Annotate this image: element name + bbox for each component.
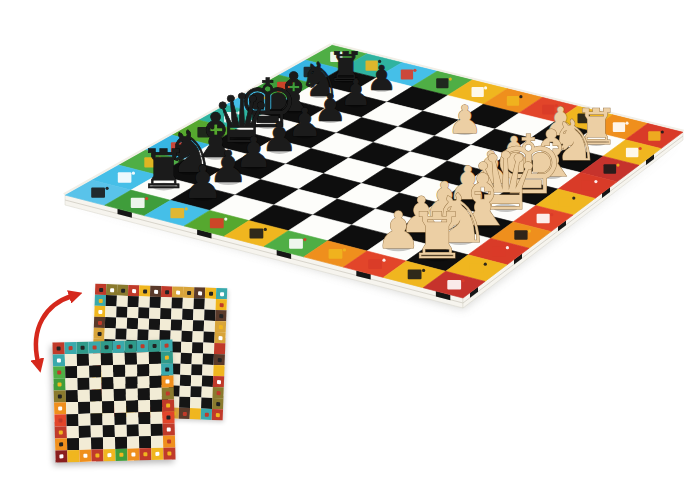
tile-illustration-mark [105,345,109,349]
mini-square [192,342,203,353]
tile-illustration-mark [155,452,159,456]
tile-illustration-mark [165,344,169,348]
tile-illustration-mark [289,239,303,249]
mini-square [181,331,192,342]
mini-square [191,375,202,386]
tile-illustration-mark [303,238,306,241]
tile-illustration-mark [661,130,664,133]
tile-illustration-mark [449,78,452,81]
tile-illustration-mark [132,172,135,175]
mini-square [181,353,192,364]
tile-illustration-mark [182,411,186,415]
mini-square [102,413,114,425]
mini-square [125,376,137,388]
mini-square [149,364,161,376]
mini-border-tile [162,411,174,423]
tile-illustration-mark [507,96,519,106]
mini-square [183,298,194,309]
mini-square [115,437,127,449]
mini-border-tile [161,351,173,363]
mini-square [101,377,113,389]
mini-square [117,295,128,306]
mini-square [190,397,201,408]
tile-illustration-mark [58,406,62,410]
tile-illustration-mark [616,164,619,167]
tile-illustration-mark [98,309,102,313]
tile-illustration-mark [110,288,114,292]
white-rook-a1: ♜ [409,199,466,273]
tile-illustration-mark [625,122,628,125]
tile-illustration-mark [106,187,109,190]
mini-square [139,296,150,307]
tile-illustration-mark [472,87,484,97]
mini-border-tile [91,449,103,461]
mini-square [89,353,101,365]
tile-illustration-mark [58,394,62,398]
tile-illustration-mark [165,368,169,372]
mini-square [91,425,103,437]
mini-square [67,438,79,450]
mini-border-tile [216,288,227,299]
tile-illustration-mark [95,453,99,457]
mini-border-tile [215,310,226,321]
tile-illustration-mark [514,230,527,240]
mini-border-tile [161,286,172,297]
mini-square [201,387,212,398]
mini-border-tile [148,340,160,352]
mini-square [127,307,138,318]
tile-illustration-mark [626,148,639,158]
mini-square [90,389,102,401]
mini-square [201,398,212,409]
tile-illustration-mark [165,290,169,294]
mini-square [125,352,137,364]
tile-illustration-mark [166,392,170,396]
tile-illustration-mark [71,454,75,458]
mini-square [106,295,117,306]
mini-square [191,364,202,375]
tile-illustration-mark [413,69,416,72]
mini-square [116,306,127,317]
mini-border-tile [161,375,173,387]
tile-illustration-mark [210,218,224,228]
black-rook-a8: ♜ [139,138,188,201]
tile-illustration-mark [98,298,102,302]
mini-border-tile [216,299,227,310]
tile-illustration-mark [216,402,220,406]
mini-square [150,388,162,400]
mini-border-tile [100,341,112,353]
tile-illustration-mark [193,412,197,416]
mini-square [160,319,171,330]
mini-border-tile [112,341,124,353]
tile-illustration-mark [528,230,531,233]
mini-square [78,390,90,402]
mini-square [139,436,151,448]
tile-illustration-mark [57,382,61,386]
mini-square [126,412,138,424]
tile-illustration-mark [99,287,103,291]
tile-illustration-mark [167,428,171,432]
flip-arrow-path [36,296,72,362]
tile-illustration-mark [218,325,222,329]
mini-square [203,354,214,365]
mini-border-tile [163,423,175,435]
mini-square [103,437,115,449]
mini-square [67,426,79,438]
mini-border-tile [139,448,151,460]
mini-square [192,353,203,364]
tile-illustration-mark [218,336,222,340]
tile-illustration-mark [216,380,220,384]
mini-border-tile [214,332,225,343]
tile-illustration-mark [91,187,105,197]
mini-square [91,437,103,449]
tile-illustration-mark [153,344,157,348]
tile-illustration-mark [97,331,101,335]
mini-square [160,308,171,319]
mini-square [180,364,191,375]
tile-illustration-mark [176,290,180,294]
tile-illustration-mark [343,248,346,251]
mini-border-tile [215,321,226,332]
mini-square [104,328,115,339]
mini-border-tile [162,387,174,399]
tile-illustration-mark [572,197,575,200]
tile-illustration-mark [154,289,158,293]
mini-square [89,377,101,389]
mini-border-tile [212,398,223,409]
tile-illustration-mark [506,246,509,249]
mini-square [179,386,190,397]
mini-border-tile [214,343,225,354]
tile-illustration-mark [167,440,171,444]
tile-illustration-mark [204,412,208,416]
tile-illustration-mark [170,208,184,218]
mini-border-tile [94,306,105,317]
tile-illustration-mark [220,292,224,296]
mini-square [180,375,191,386]
mini-border-tile [93,328,104,339]
mini-square [126,388,138,400]
mini-square [113,353,125,365]
tile-illustration-mark [218,347,222,351]
mini-square [151,424,163,436]
mini-square [114,401,126,413]
mini-border-tile [212,409,223,420]
mini-square [125,364,137,376]
mini-square [204,310,215,321]
mini-border-tile [163,435,175,447]
mini-border-tile [161,363,173,375]
tile-illustration-mark [167,452,171,456]
mini-border-tile [106,284,117,295]
tile-illustration-mark [59,442,63,446]
tile-illustration-mark [401,69,413,79]
mini-border-tile [95,295,106,306]
mini-square [138,307,149,318]
mini-square [172,297,183,308]
tile-illustration-mark [209,291,213,295]
mini-square [115,328,126,339]
mini-border-tile [213,365,224,376]
mini-square [113,377,125,389]
mini-square [78,402,90,414]
tile-illustration-mark [59,454,63,458]
tile-illustration-mark [447,280,461,290]
mini-border-tile [136,340,148,352]
mini-border-tile [163,447,175,459]
mini-square [149,319,160,330]
tile-illustration-mark [165,356,169,360]
tile-illustration-mark [217,369,221,373]
product-photo: ♜♟♞♟♝♟♚♟♟♟♛♜♟♝♞♟♟♞♝♟♟♜♚♟♟♛♟♝♟♞♟♜ [0,0,700,488]
tile-illustration-mark [492,247,506,256]
tile-illustration-mark [215,413,219,417]
mini-square [151,436,163,448]
mini-border-tile [201,409,212,420]
tile-illustration-mark [519,95,522,98]
mini-border-tile [190,408,201,419]
mini-border-tile [55,438,67,450]
mini-border-tile [103,449,115,461]
tile-illustration-mark [129,344,133,348]
mini-border-tile [94,317,105,328]
mini-border-tile [54,402,66,414]
mini-border-tile [162,399,174,411]
mini-square [182,309,193,320]
tile-illustration-mark [58,418,62,422]
mini-square [137,376,149,388]
mini-square [150,412,162,424]
black-pawn-a7: ♟ [182,156,223,209]
mini-square [103,425,115,437]
mini-square [116,317,127,328]
mini-square [101,353,113,365]
mini-square [204,321,215,332]
mini-border-tile [183,287,194,298]
tile-illustration-mark [143,289,147,293]
mini-square [182,320,193,331]
mini-square [138,388,150,400]
tile-illustration-mark [118,172,132,182]
mini-square [171,308,182,319]
tile-illustration-mark [97,320,101,324]
mini-square [203,343,214,354]
tile-illustration-mark [59,430,63,434]
mini-square [105,317,116,328]
mini-square [114,389,126,401]
tile-illustration-mark [470,263,484,273]
mini-border-tile [128,285,139,296]
tile-illustration-mark [187,290,191,294]
mini-square [115,425,127,437]
tile-illustration-mark [648,131,660,141]
tile-illustration-mark [264,228,267,231]
mini-square [190,386,201,397]
mini-border-tile [214,354,225,365]
tile-illustration-mark [462,279,465,282]
mini-border-tile [124,340,136,352]
tile-illustration-mark [166,404,170,408]
tile-illustration-mark [166,416,170,420]
mini-square [179,397,190,408]
mini-border-tile [88,341,100,353]
mini-border-tile [172,286,183,297]
mini-border-tile [54,414,66,426]
tile-illustration-mark [119,453,123,457]
mini-square [66,402,78,414]
mini-square [193,309,204,320]
mini-square [128,296,139,307]
mini-square [102,401,114,413]
tile-illustration-mark [143,452,147,456]
mini-square [149,352,161,364]
mini-square [89,365,101,377]
mini-border-tile [79,450,91,462]
mini-square [127,424,139,436]
mini-square [202,376,213,387]
mini-square [138,400,150,412]
mini-square [161,297,172,308]
tile-illustration-mark [581,181,594,191]
tile-illustration-mark [83,454,87,458]
mini-border-tile [212,387,223,398]
mini-border-tile [95,284,106,295]
mini-square [149,376,161,388]
mini-square [90,413,102,425]
mini-border-tile [55,426,67,438]
tile-illustration-mark [132,289,136,293]
mini-square [66,414,78,426]
tile-illustration-mark [219,314,223,318]
tile-illustration-mark [198,291,202,295]
mini-square [127,436,139,448]
mini-square [171,319,182,330]
tile-illustration-mark [594,180,597,183]
mini-square [149,308,160,319]
mini-border-tile [150,286,161,297]
tile-illustration-mark [219,303,223,307]
mini-square [194,298,205,309]
mini-border-tile [160,339,172,351]
mini-square [181,342,192,353]
mini-border-tile [179,408,190,419]
mini-square [126,400,138,412]
mini-square [202,365,213,376]
mini-border-tile [54,390,66,402]
tile-illustration-mark [131,452,135,456]
tile-illustration-mark [484,263,487,266]
mini-square [138,412,150,424]
mini-square [113,365,125,377]
mini-square [137,329,148,340]
mini-border-tile [205,288,216,299]
mini-square [66,390,78,402]
tile-illustration-mark [217,358,221,362]
mini-square [138,318,149,329]
mini-square [79,426,91,438]
tile-illustration-mark [484,86,487,89]
tile-illustration-mark [436,78,448,88]
mini-square [127,318,138,329]
mini-square [79,438,91,450]
mini-square [78,414,90,426]
flip-arrow-icon [18,286,88,381]
tile-illustration-mark [604,164,617,174]
tile-illustration-mark [107,453,111,457]
mini-border-tile [117,285,128,296]
tile-illustration-mark [250,229,264,239]
mini-square [205,299,216,310]
mini-square [137,352,149,364]
mini-border-tile [127,448,139,460]
tile-illustration-mark [550,213,553,216]
tile-illustration-mark [216,391,220,395]
mini-border-tile [115,449,127,461]
mini-square [150,400,162,412]
tile-illustration-mark [224,218,227,221]
mini-border-tile [139,285,150,296]
mini-square [105,306,116,317]
mini-border-tile [151,448,163,460]
mini-square [101,365,113,377]
mini-square [114,413,126,425]
mini-border-tile [194,287,205,298]
tile-illustration-mark [639,147,642,150]
mini-square [193,320,204,331]
mini-square [139,424,151,436]
mini-square [137,364,149,376]
mini-border-tile [55,450,67,462]
mini-square [90,401,102,413]
tile-illustration-mark [121,288,125,292]
tile-illustration-mark [93,345,97,349]
tile-illustration-mark [141,344,145,348]
mini-square [102,389,114,401]
tile-illustration-mark [329,249,343,259]
mini-square [126,329,137,340]
mini-square [203,332,214,343]
mini-border-tile [213,376,224,387]
mini-square [150,297,161,308]
tile-illustration-mark [368,259,382,269]
mini-square [192,331,203,342]
mini-border-tile [67,450,79,462]
tile-illustration-mark [165,380,169,384]
tile-illustration-mark [117,345,121,349]
